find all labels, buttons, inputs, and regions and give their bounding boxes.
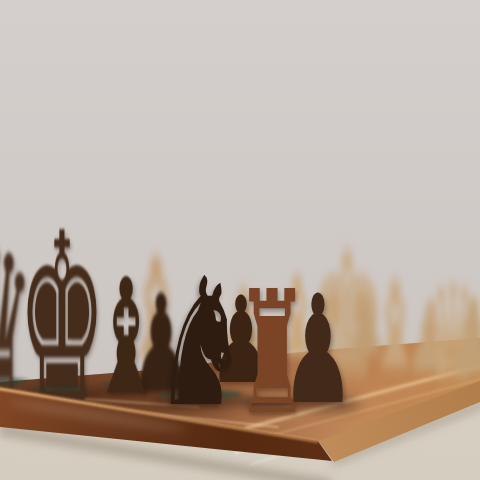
piece-light-pawn: ♟ [446,288,480,390]
chessboard-photo-scene: ♛♚♝♟♞♟♜♟♝♟♝♚♟♝♟♛♟ [0,0,480,480]
piece-dark-pawn: ♟ [281,275,355,425]
piece-dark-knight: ♞ [153,255,248,432]
piece-dark-bishop: ♝ [89,258,164,418]
